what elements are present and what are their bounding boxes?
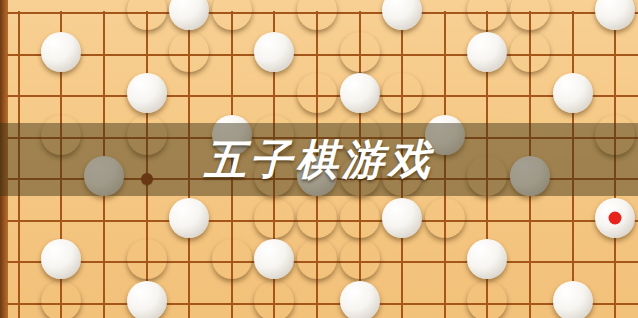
black-stone [340,198,380,238]
last-move-marker [609,211,622,224]
gomoku-game-screen: 五子棋游戏 [0,0,638,318]
black-stone [297,0,337,30]
black-stone [340,32,380,72]
black-stone [169,32,209,72]
white-stone [595,198,635,238]
game-title: 五子棋游戏 [0,123,638,196]
black-stone [510,0,550,30]
white-stone [340,73,380,113]
black-stone [297,198,337,238]
black-stone [127,0,167,30]
black-stone [254,198,294,238]
white-stone [382,198,422,238]
white-stone [467,32,507,72]
white-stone [41,239,81,279]
white-stone [340,281,380,318]
black-stone [254,281,294,318]
black-stone [340,239,380,279]
white-stone [254,32,294,72]
black-stone [297,73,337,113]
white-stone [254,239,294,279]
white-stone [553,281,593,318]
white-stone [169,0,209,30]
white-stone [553,73,593,113]
white-stone [467,239,507,279]
black-stone [212,0,252,30]
white-stone [127,73,167,113]
white-stone [595,0,635,30]
black-stone [467,281,507,318]
white-stone [127,281,167,318]
white-stone [382,0,422,30]
grid-line [7,303,638,305]
black-stone [297,239,337,279]
black-stone [510,32,550,72]
black-stone [212,239,252,279]
white-stone [41,32,81,72]
black-stone [382,73,422,113]
black-stone [425,198,465,238]
black-stone [41,281,81,318]
white-stone [169,198,209,238]
black-stone [127,239,167,279]
black-stone [467,0,507,30]
